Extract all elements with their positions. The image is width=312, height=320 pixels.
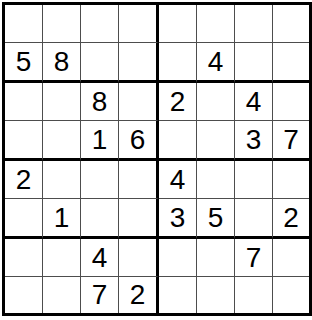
cell-r5c4[interactable] — [119, 161, 159, 199]
cell-r8c4[interactable]: 2 — [119, 277, 159, 313]
cell-r2c5[interactable] — [159, 43, 197, 83]
cell-r6c6[interactable]: 5 — [197, 199, 235, 239]
cell-r6c5[interactable]: 3 — [159, 199, 197, 239]
cell-r2c8[interactable] — [273, 43, 309, 83]
cell-r2c6[interactable]: 4 — [197, 43, 235, 83]
cell-r6c2[interactable]: 1 — [43, 199, 81, 239]
cell-r5c8[interactable] — [273, 161, 309, 199]
cell-r6c7[interactable] — [235, 199, 273, 239]
cell-r3c3[interactable]: 8 — [81, 83, 119, 121]
cell-r7c5[interactable] — [159, 239, 197, 277]
cell-r3c1[interactable] — [5, 83, 43, 121]
cell-r2c3[interactable] — [81, 43, 119, 83]
cell-r4c3[interactable]: 1 — [81, 121, 119, 161]
cell-r2c4[interactable] — [119, 43, 159, 83]
cell-r8c6[interactable] — [197, 277, 235, 313]
cell-r5c5[interactable]: 4 — [159, 161, 197, 199]
cell-r1c2[interactable] — [43, 5, 81, 43]
cell-r7c2[interactable] — [43, 239, 81, 277]
cell-r3c2[interactable] — [43, 83, 81, 121]
cell-r3c6[interactable] — [197, 83, 235, 121]
cell-r4c7[interactable]: 3 — [235, 121, 273, 161]
cell-r7c7[interactable]: 7 — [235, 239, 273, 277]
cell-r8c7[interactable] — [235, 277, 273, 313]
cell-r2c2[interactable]: 8 — [43, 43, 81, 83]
cell-r5c6[interactable] — [197, 161, 235, 199]
cell-r1c6[interactable] — [197, 5, 235, 43]
cell-r8c5[interactable] — [159, 277, 197, 313]
cell-r1c4[interactable] — [119, 5, 159, 43]
cell-r6c3[interactable] — [81, 199, 119, 239]
cell-r4c4[interactable]: 6 — [119, 121, 159, 161]
cell-r4c5[interactable] — [159, 121, 197, 161]
cell-r1c5[interactable] — [159, 5, 197, 43]
cell-r5c1[interactable]: 2 — [5, 161, 43, 199]
cell-r1c7[interactable] — [235, 5, 273, 43]
cell-r3c4[interactable] — [119, 83, 159, 121]
cell-r4c2[interactable] — [43, 121, 81, 161]
cell-r1c3[interactable] — [81, 5, 119, 43]
cell-r7c4[interactable] — [119, 239, 159, 277]
cell-r8c3[interactable]: 7 — [81, 277, 119, 313]
cell-r7c8[interactable] — [273, 239, 309, 277]
cell-r8c8[interactable] — [273, 277, 309, 313]
cell-r7c6[interactable] — [197, 239, 235, 277]
cell-r8c1[interactable] — [5, 277, 43, 313]
cell-r5c7[interactable] — [235, 161, 273, 199]
cell-r4c6[interactable] — [197, 121, 235, 161]
cell-r5c2[interactable] — [43, 161, 81, 199]
cell-r1c1[interactable] — [5, 5, 43, 43]
cell-r2c1[interactable]: 5 — [5, 43, 43, 83]
cell-r3c5[interactable]: 2 — [159, 83, 197, 121]
cell-r6c4[interactable] — [119, 199, 159, 239]
cell-r2c7[interactable] — [235, 43, 273, 83]
sudoku-board: 58482416372413524772 — [2, 2, 312, 316]
cell-r3c7[interactable]: 4 — [235, 83, 273, 121]
cell-r4c1[interactable] — [5, 121, 43, 161]
cell-r3c8[interactable] — [273, 83, 309, 121]
cell-r7c1[interactable] — [5, 239, 43, 277]
cell-r1c8[interactable] — [273, 5, 309, 43]
cell-r6c8[interactable]: 2 — [273, 199, 309, 239]
cell-r5c3[interactable] — [81, 161, 119, 199]
cell-r7c3[interactable]: 4 — [81, 239, 119, 277]
cell-r4c8[interactable]: 7 — [273, 121, 309, 161]
cell-r8c2[interactable] — [43, 277, 81, 313]
cell-r6c1[interactable] — [5, 199, 43, 239]
